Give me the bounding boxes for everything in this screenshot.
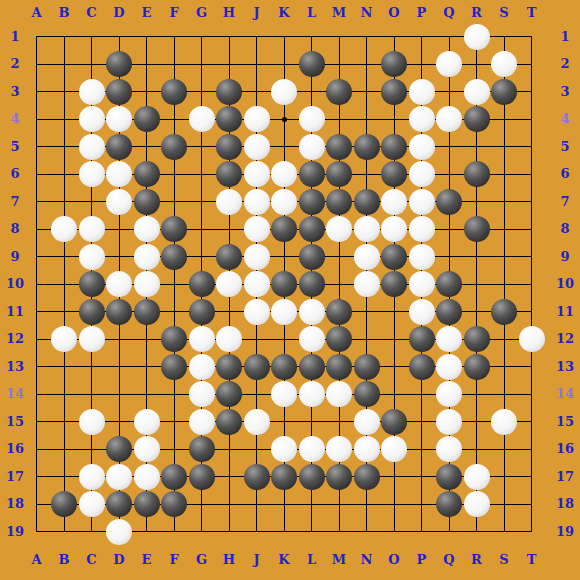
stone-black-D5[interactable] (106, 134, 132, 160)
stone-black-O10[interactable] (381, 271, 407, 297)
stone-white-B8[interactable] (51, 216, 77, 242)
stone-white-D4[interactable] (106, 106, 132, 132)
stone-white-D6[interactable] (106, 161, 132, 187)
stone-white-G12[interactable] (189, 326, 215, 352)
stone-black-L10[interactable] (299, 271, 325, 297)
stone-white-R17[interactable] (464, 464, 490, 490)
stone-white-P4[interactable] (409, 106, 435, 132)
stone-white-J4[interactable] (244, 106, 270, 132)
stone-black-S3[interactable] (491, 79, 517, 105)
col-label-bottom-Q: Q (439, 552, 459, 568)
row-label-right-4: 4 (552, 111, 578, 127)
row-label-left-11: 11 (2, 304, 28, 320)
row-label-left-5: 5 (2, 139, 28, 155)
stone-white-P11[interactable] (409, 299, 435, 325)
stone-white-J11[interactable] (244, 299, 270, 325)
col-label-bottom-S: S (494, 552, 514, 568)
stone-black-E18[interactable] (134, 491, 160, 517)
stone-black-H4[interactable] (216, 106, 242, 132)
col-label-bottom-T: T (522, 552, 542, 568)
row-label-left-8: 8 (2, 221, 28, 237)
col-label-top-B: B (54, 5, 74, 21)
col-label-top-R: R (467, 5, 487, 21)
stone-white-E8[interactable] (134, 216, 160, 242)
stone-black-K13[interactable] (271, 354, 297, 380)
row-label-left-15: 15 (2, 414, 28, 430)
col-label-bottom-J: J (247, 552, 267, 568)
stone-black-N7[interactable] (354, 189, 380, 215)
stone-black-D16[interactable] (106, 436, 132, 462)
row-label-right-14: 14 (552, 386, 578, 402)
stone-white-O8[interactable] (381, 216, 407, 242)
stone-white-P7[interactable] (409, 189, 435, 215)
row-label-right-8: 8 (552, 221, 578, 237)
stone-white-N8[interactable] (354, 216, 380, 242)
stone-black-L2[interactable] (299, 51, 325, 77)
stone-white-Q15[interactable] (436, 409, 462, 435)
stone-white-J8[interactable] (244, 216, 270, 242)
stone-white-M8[interactable] (326, 216, 352, 242)
stone-black-O3[interactable] (381, 79, 407, 105)
stone-white-P8[interactable] (409, 216, 435, 242)
stone-white-Q12[interactable] (436, 326, 462, 352)
row-label-left-18: 18 (2, 496, 28, 512)
row-label-left-7: 7 (2, 194, 28, 210)
row-label-left-6: 6 (2, 166, 28, 182)
stone-black-M17[interactable] (326, 464, 352, 490)
stone-white-L12[interactable] (299, 326, 325, 352)
stone-white-E9[interactable] (134, 244, 160, 270)
col-label-top-F: F (164, 5, 184, 21)
stone-white-Q2[interactable] (436, 51, 462, 77)
stone-white-K7[interactable] (271, 189, 297, 215)
col-label-top-S: S (494, 5, 514, 21)
col-label-top-A: A (27, 5, 47, 21)
row-label-left-12: 12 (2, 331, 28, 347)
stone-white-P10[interactable] (409, 271, 435, 297)
stone-black-L7[interactable] (299, 189, 325, 215)
stone-black-O5[interactable] (381, 134, 407, 160)
row-label-left-4: 4 (2, 111, 28, 127)
col-label-bottom-C: C (82, 552, 102, 568)
col-label-top-K: K (274, 5, 294, 21)
stone-black-E6[interactable] (134, 161, 160, 187)
stone-white-L5[interactable] (299, 134, 325, 160)
row-label-right-15: 15 (552, 414, 578, 430)
stone-white-G15[interactable] (189, 409, 215, 435)
row-label-right-7: 7 (552, 194, 578, 210)
col-label-top-E: E (137, 5, 157, 21)
col-label-top-M: M (329, 5, 349, 21)
col-label-top-D: D (109, 5, 129, 21)
stone-black-H14[interactable] (216, 381, 242, 407)
row-label-left-16: 16 (2, 441, 28, 457)
stone-white-L16[interactable] (299, 436, 325, 462)
stone-black-R8[interactable] (464, 216, 490, 242)
stone-black-J13[interactable] (244, 354, 270, 380)
stone-white-C12[interactable] (79, 326, 105, 352)
col-label-bottom-E: E (137, 552, 157, 568)
stone-black-F17[interactable] (161, 464, 187, 490)
stone-white-K16[interactable] (271, 436, 297, 462)
stone-black-G10[interactable] (189, 271, 215, 297)
stone-white-K6[interactable] (271, 161, 297, 187)
stone-white-N16[interactable] (354, 436, 380, 462)
col-label-top-C: C (82, 5, 102, 21)
stone-black-Q18[interactable] (436, 491, 462, 517)
row-label-left-14: 14 (2, 386, 28, 402)
stone-black-K10[interactable] (271, 271, 297, 297)
stone-black-K8[interactable] (271, 216, 297, 242)
row-label-right-1: 1 (552, 29, 578, 45)
stone-black-Q10[interactable] (436, 271, 462, 297)
stone-black-F13[interactable] (161, 354, 187, 380)
stone-black-D3[interactable] (106, 79, 132, 105)
row-label-right-9: 9 (552, 249, 578, 265)
stone-white-G13[interactable] (189, 354, 215, 380)
stone-white-D7[interactable] (106, 189, 132, 215)
stone-black-N13[interactable] (354, 354, 380, 380)
stone-white-E15[interactable] (134, 409, 160, 435)
col-label-bottom-O: O (384, 552, 404, 568)
grid-line-vertical (531, 36, 532, 532)
row-label-left-1: 1 (2, 29, 28, 45)
stone-black-R13[interactable] (464, 354, 490, 380)
go-board[interactable]: AA11BB22CC33DD44EE55FF66GG77HH88JJ99KK10… (0, 0, 580, 580)
stone-black-H5[interactable] (216, 134, 242, 160)
row-label-left-17: 17 (2, 469, 28, 485)
stone-white-J7[interactable] (244, 189, 270, 215)
stone-black-R6[interactable] (464, 161, 490, 187)
row-label-right-11: 11 (552, 304, 578, 320)
col-label-bottom-K: K (274, 552, 294, 568)
stone-white-D19[interactable] (106, 519, 132, 545)
stone-black-F18[interactable] (161, 491, 187, 517)
stone-black-K17[interactable] (271, 464, 297, 490)
stone-white-J10[interactable] (244, 271, 270, 297)
stone-white-P9[interactable] (409, 244, 435, 270)
stone-white-Q16[interactable] (436, 436, 462, 462)
col-label-bottom-A: A (27, 552, 47, 568)
stone-black-M13[interactable] (326, 354, 352, 380)
stone-black-S11[interactable] (491, 299, 517, 325)
stone-white-C9[interactable] (79, 244, 105, 270)
stone-black-R12[interactable] (464, 326, 490, 352)
stone-black-M11[interactable] (326, 299, 352, 325)
col-label-bottom-B: B (54, 552, 74, 568)
row-label-right-18: 18 (552, 496, 578, 512)
stone-white-B12[interactable] (51, 326, 77, 352)
col-label-top-O: O (384, 5, 404, 21)
stone-white-H7[interactable] (216, 189, 242, 215)
stone-white-O16[interactable] (381, 436, 407, 462)
col-label-top-J: J (247, 5, 267, 21)
stone-white-N15[interactable] (354, 409, 380, 435)
col-label-top-G: G (192, 5, 212, 21)
stone-black-F5[interactable] (161, 134, 187, 160)
stone-black-B18[interactable] (51, 491, 77, 517)
stone-white-E17[interactable] (134, 464, 160, 490)
stone-black-E11[interactable] (134, 299, 160, 325)
stone-white-O7[interactable] (381, 189, 407, 215)
col-label-top-L: L (302, 5, 322, 21)
stone-black-L17[interactable] (299, 464, 325, 490)
row-label-right-17: 17 (552, 469, 578, 485)
stone-white-J15[interactable] (244, 409, 270, 435)
stone-black-G16[interactable] (189, 436, 215, 462)
row-label-left-10: 10 (2, 276, 28, 292)
stone-black-L13[interactable] (299, 354, 325, 380)
stone-white-J5[interactable] (244, 134, 270, 160)
stone-black-C11[interactable] (79, 299, 105, 325)
stone-black-M6[interactable] (326, 161, 352, 187)
stone-black-M12[interactable] (326, 326, 352, 352)
stone-white-N9[interactable] (354, 244, 380, 270)
col-label-top-P: P (412, 5, 432, 21)
row-label-right-16: 16 (552, 441, 578, 457)
stone-white-L11[interactable] (299, 299, 325, 325)
stone-black-F9[interactable] (161, 244, 187, 270)
row-label-right-6: 6 (552, 166, 578, 182)
stone-black-F8[interactable] (161, 216, 187, 242)
stone-black-N17[interactable] (354, 464, 380, 490)
stone-white-C4[interactable] (79, 106, 105, 132)
col-label-top-Q: Q (439, 5, 459, 21)
row-label-left-3: 3 (2, 84, 28, 100)
stone-white-C5[interactable] (79, 134, 105, 160)
stone-black-H3[interactable] (216, 79, 242, 105)
row-label-left-19: 19 (2, 524, 28, 540)
stone-white-R3[interactable] (464, 79, 490, 105)
stone-black-L9[interactable] (299, 244, 325, 270)
stone-black-P12[interactable] (409, 326, 435, 352)
row-label-right-3: 3 (552, 84, 578, 100)
col-label-bottom-H: H (219, 552, 239, 568)
stone-white-P5[interactable] (409, 134, 435, 160)
stone-white-T12[interactable] (519, 326, 545, 352)
row-label-right-10: 10 (552, 276, 578, 292)
stone-white-R1[interactable] (464, 24, 490, 50)
stone-black-L6[interactable] (299, 161, 325, 187)
col-label-bottom-R: R (467, 552, 487, 568)
stone-white-P6[interactable] (409, 161, 435, 187)
stone-white-C6[interactable] (79, 161, 105, 187)
row-label-right-5: 5 (552, 139, 578, 155)
stone-black-E4[interactable] (134, 106, 160, 132)
stone-white-Q13[interactable] (436, 354, 462, 380)
stone-white-M16[interactable] (326, 436, 352, 462)
stone-black-M5[interactable] (326, 134, 352, 160)
stone-white-C15[interactable] (79, 409, 105, 435)
stone-black-H6[interactable] (216, 161, 242, 187)
col-label-bottom-M: M (329, 552, 349, 568)
stone-white-C17[interactable] (79, 464, 105, 490)
stone-white-H12[interactable] (216, 326, 242, 352)
stone-white-L14[interactable] (299, 381, 325, 407)
stone-white-R18[interactable] (464, 491, 490, 517)
stone-white-C8[interactable] (79, 216, 105, 242)
grid-line-vertical (504, 36, 505, 532)
stone-black-O15[interactable] (381, 409, 407, 435)
row-label-left-9: 9 (2, 249, 28, 265)
stone-white-S2[interactable] (491, 51, 517, 77)
col-label-top-N: N (357, 5, 377, 21)
stone-white-L4[interactable] (299, 106, 325, 132)
stone-white-K11[interactable] (271, 299, 297, 325)
stone-black-P13[interactable] (409, 354, 435, 380)
col-label-bottom-F: F (164, 552, 184, 568)
col-label-bottom-D: D (109, 552, 129, 568)
stone-white-E10[interactable] (134, 271, 160, 297)
stone-white-Q14[interactable] (436, 381, 462, 407)
stone-black-E7[interactable] (134, 189, 160, 215)
stone-black-J17[interactable] (244, 464, 270, 490)
stone-black-F3[interactable] (161, 79, 187, 105)
stone-black-D11[interactable] (106, 299, 132, 325)
stone-white-M14[interactable] (326, 381, 352, 407)
stone-black-O9[interactable] (381, 244, 407, 270)
stone-black-C10[interactable] (79, 271, 105, 297)
stone-black-H15[interactable] (216, 409, 242, 435)
stone-white-D10[interactable] (106, 271, 132, 297)
row-label-right-19: 19 (552, 524, 578, 540)
star-point-K4 (282, 117, 287, 122)
stone-white-G4[interactable] (189, 106, 215, 132)
row-label-right-2: 2 (552, 56, 578, 72)
row-label-left-2: 2 (2, 56, 28, 72)
row-label-right-13: 13 (552, 359, 578, 375)
stone-black-Q11[interactable] (436, 299, 462, 325)
col-label-bottom-P: P (412, 552, 432, 568)
col-label-top-T: T (522, 5, 542, 21)
stone-black-M3[interactable] (326, 79, 352, 105)
stone-black-L8[interactable] (299, 216, 325, 242)
stone-black-N5[interactable] (354, 134, 380, 160)
stone-white-C3[interactable] (79, 79, 105, 105)
stone-white-K14[interactable] (271, 381, 297, 407)
stone-white-C18[interactable] (79, 491, 105, 517)
stone-white-Q4[interactable] (436, 106, 462, 132)
stone-black-O6[interactable] (381, 161, 407, 187)
stone-black-D2[interactable] (106, 51, 132, 77)
stone-black-N14[interactable] (354, 381, 380, 407)
stone-black-H9[interactable] (216, 244, 242, 270)
stone-white-K3[interactable] (271, 79, 297, 105)
stone-black-D18[interactable] (106, 491, 132, 517)
stone-white-E16[interactable] (134, 436, 160, 462)
stone-black-F12[interactable] (161, 326, 187, 352)
col-label-bottom-G: G (192, 552, 212, 568)
stone-black-G17[interactable] (189, 464, 215, 490)
stone-white-D17[interactable] (106, 464, 132, 490)
col-label-top-H: H (219, 5, 239, 21)
stone-black-R4[interactable] (464, 106, 490, 132)
row-label-right-12: 12 (552, 331, 578, 347)
stone-white-S15[interactable] (491, 409, 517, 435)
col-label-bottom-L: L (302, 552, 322, 568)
row-label-left-13: 13 (2, 359, 28, 375)
stone-black-H13[interactable] (216, 354, 242, 380)
stone-white-N10[interactable] (354, 271, 380, 297)
stone-black-Q17[interactable] (436, 464, 462, 490)
stone-white-G14[interactable] (189, 381, 215, 407)
col-label-bottom-N: N (357, 552, 377, 568)
stone-black-Q7[interactable] (436, 189, 462, 215)
stone-white-J9[interactable] (244, 244, 270, 270)
stone-black-O2[interactable] (381, 51, 407, 77)
stone-white-P3[interactable] (409, 79, 435, 105)
stone-black-G11[interactable] (189, 299, 215, 325)
stone-white-J6[interactable] (244, 161, 270, 187)
stone-white-H10[interactable] (216, 271, 242, 297)
stone-black-M7[interactable] (326, 189, 352, 215)
